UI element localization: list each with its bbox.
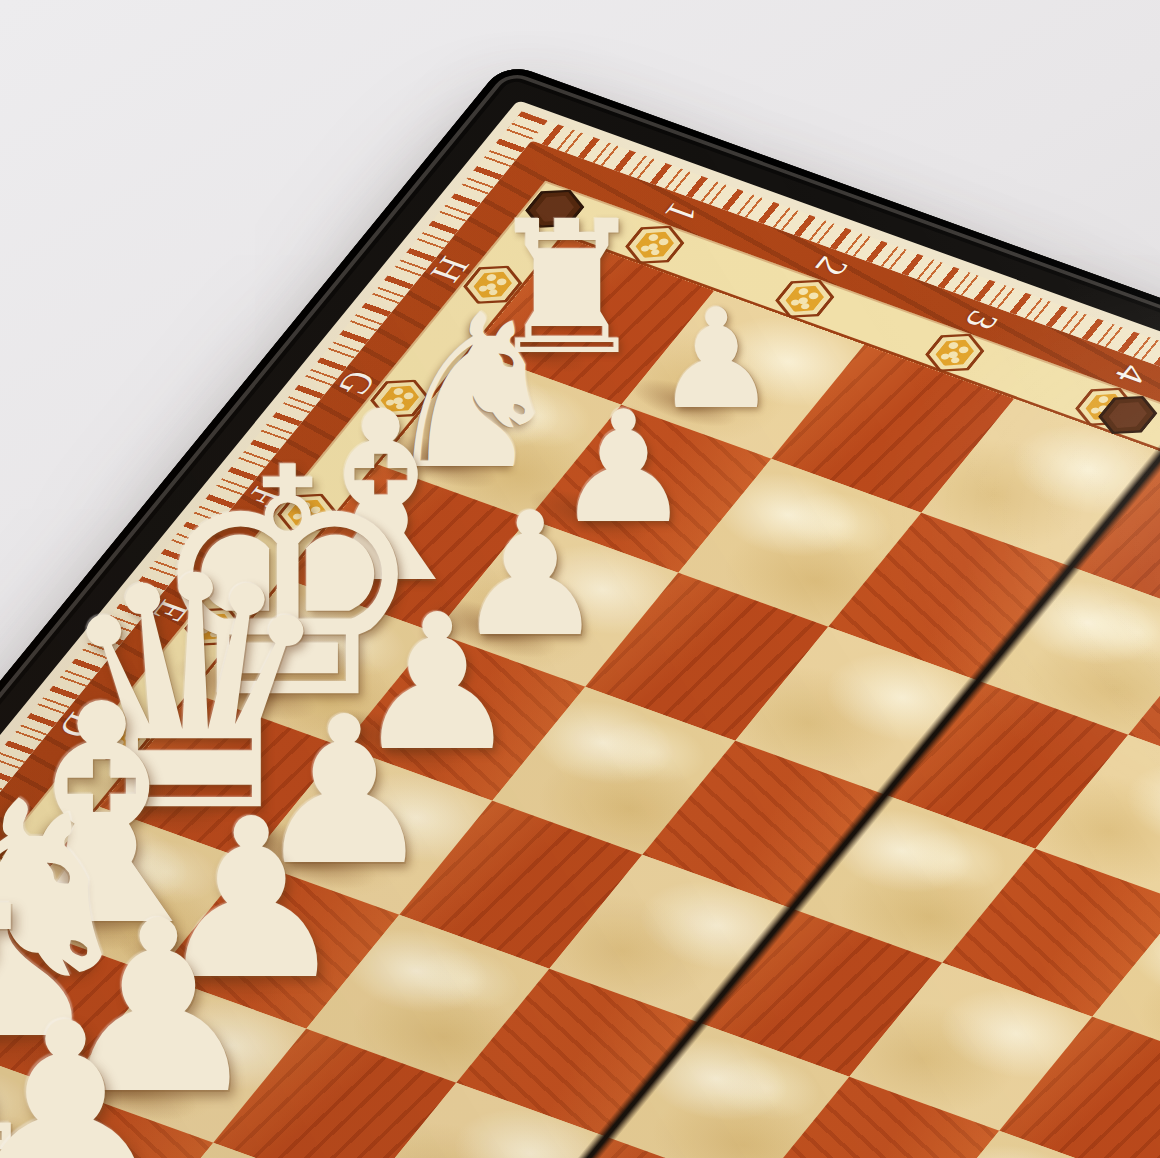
scene-background: HGFEDCBA12345678 ♜♞♝♚♛♝♞♜♟♟♟♟♟♟♟♟ [0, 0, 1160, 1158]
pieces-layer: ♜♞♝♚♛♝♞♜♟♟♟♟♟♟♟♟ [0, 62, 1160, 1158]
chess-board: HGFEDCBA12345678 ♜♞♝♚♛♝♞♜♟♟♟♟♟♟♟♟ [0, 62, 1160, 1158]
pawn-glyph: ♟ [0, 989, 192, 1158]
